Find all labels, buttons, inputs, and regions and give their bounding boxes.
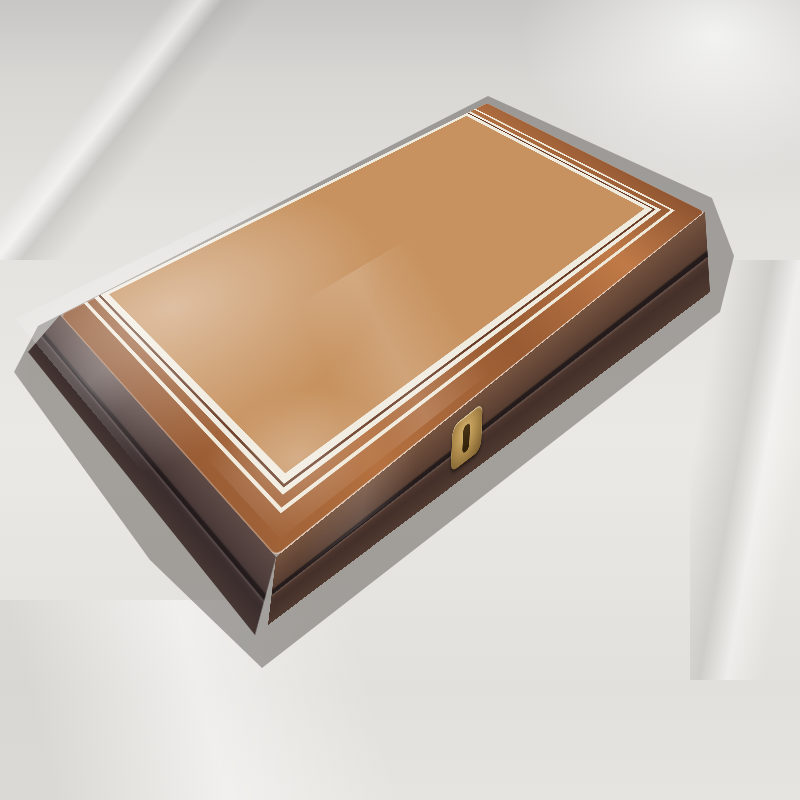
clasp-slot — [462, 422, 470, 454]
cloth-crease-right — [690, 260, 800, 680]
brass-clasp — [450, 402, 482, 473]
photo-stage — [0, 0, 800, 800]
